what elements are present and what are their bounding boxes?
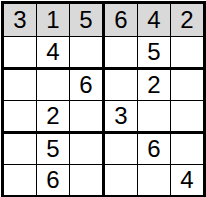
cell-r6c3[interactable] <box>70 165 105 195</box>
cell-r5c1[interactable] <box>4 134 37 165</box>
cell-r6c6: 4 <box>171 165 203 195</box>
cell-r3c5: 2 <box>138 70 171 101</box>
cell-r6c4[interactable] <box>105 165 138 195</box>
cell-r2c5: 5 <box>138 37 171 70</box>
cell-r1c5: 4 <box>138 4 171 37</box>
cell-r1c4: 6 <box>105 4 138 37</box>
cell-r4c1[interactable] <box>4 101 37 134</box>
cell-r2c6[interactable] <box>171 37 203 70</box>
cell-r1c2: 1 <box>37 4 70 37</box>
cell-r4c2: 2 <box>37 101 70 134</box>
cell-r4c4: 3 <box>105 101 138 134</box>
cell-r5c6[interactable] <box>171 134 203 165</box>
cell-r2c3[interactable] <box>70 37 105 70</box>
cell-r5c3[interactable] <box>70 134 105 165</box>
sudoku-page: 3156424562235664 <box>0 0 205 197</box>
cell-r5c2: 5 <box>37 134 70 165</box>
cell-r4c6[interactable] <box>171 101 203 134</box>
cell-r1c6: 2 <box>171 4 203 37</box>
cell-r1c3: 5 <box>70 4 105 37</box>
cell-r3c6[interactable] <box>171 70 203 101</box>
cell-r5c4[interactable] <box>105 134 138 165</box>
cell-r4c3[interactable] <box>70 101 105 134</box>
cell-r6c5[interactable] <box>138 165 171 195</box>
cell-r6c1[interactable] <box>4 165 37 195</box>
cell-r3c4[interactable] <box>105 70 138 101</box>
cell-r2c2: 4 <box>37 37 70 70</box>
cell-r6c2: 6 <box>37 165 70 195</box>
sudoku-board: 3156424562235664 <box>1 1 206 197</box>
cell-r3c2[interactable] <box>37 70 70 101</box>
cell-r3c1[interactable] <box>4 70 37 101</box>
cell-r4c5[interactable] <box>138 101 171 134</box>
cell-r5c5: 6 <box>138 134 171 165</box>
cell-r3c3: 6 <box>70 70 105 101</box>
cell-r2c4[interactable] <box>105 37 138 70</box>
cell-r1c1: 3 <box>4 4 37 37</box>
cell-r2c1[interactable] <box>4 37 37 70</box>
